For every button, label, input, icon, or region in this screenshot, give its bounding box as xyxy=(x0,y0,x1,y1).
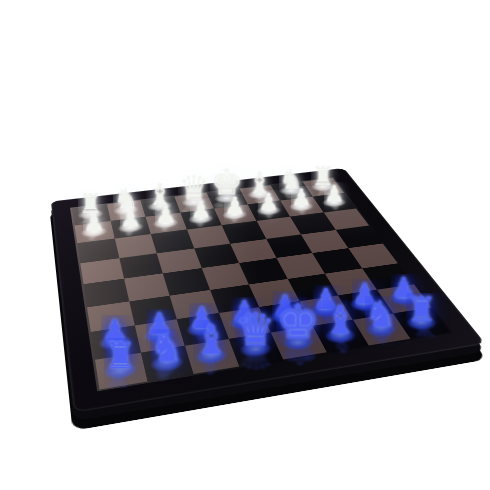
board-3d-wrap: ♜♜♞♞♝♝♛♛♚♚♝♝♞♞♜♜♟♟♟♟♟♟♟♟♟♟♟♟♟♟♟♟♟♟♟♟♟♟♟♟… xyxy=(51,168,486,413)
blue-rook-h1[interactable]: ♜ xyxy=(406,292,436,325)
white-pawn-d7[interactable]: ♟ xyxy=(190,198,211,222)
white-pawn-e7[interactable]: ♟ xyxy=(224,194,245,218)
white-pawn-b7[interactable]: ♟ xyxy=(119,206,141,230)
white-pawn-c7[interactable]: ♟ xyxy=(155,202,177,226)
square-b5[interactable] xyxy=(119,253,163,279)
white-pawn-g7[interactable]: ♟ xyxy=(291,186,312,209)
square-c6[interactable] xyxy=(151,230,194,253)
piece-reflection-glyph: ♛ xyxy=(237,346,275,373)
blue-knight-b1[interactable]: ♞ xyxy=(149,328,183,366)
led-chess-photo: ♜♜♞♞♝♝♛♛♚♚♝♝♞♞♜♜♟♟♟♟♟♟♟♟♟♟♟♟♟♟♟♟♟♟♟♟♟♟♟♟… xyxy=(0,0,490,490)
square-a1[interactable]: ♜♜ xyxy=(95,352,147,389)
square-b7[interactable]: ♟♟ xyxy=(110,217,151,239)
blue-king-e1[interactable]: ♚ xyxy=(276,297,319,345)
white-pawn-h7[interactable]: ♟ xyxy=(324,182,345,205)
piece-reflection-glyph: ♚ xyxy=(278,339,321,367)
white-pawn-a7[interactable]: ♟ xyxy=(83,210,105,234)
blue-bishop-f1[interactable]: ♝ xyxy=(323,300,358,339)
piece-reflection-glyph: ♝ xyxy=(194,353,228,377)
blue-knight-g1[interactable]: ♞ xyxy=(365,296,397,332)
white-pawn-f7[interactable]: ♟ xyxy=(258,190,279,213)
blue-bishop-c1[interactable]: ♝ xyxy=(193,319,229,359)
square-h7[interactable]: ♟♟ xyxy=(312,193,356,213)
piece-reflection-glyph: ♝ xyxy=(324,333,359,355)
chess-board: ♜♜♞♞♝♝♛♛♚♚♝♝♞♞♜♜♟♟♟♟♟♟♟♟♟♟♟♟♟♟♟♟♟♟♟♟♟♟♟♟… xyxy=(51,168,486,413)
blue-rook-a1[interactable]: ♜ xyxy=(104,338,136,374)
blue-queen-d1[interactable]: ♛ xyxy=(235,307,276,352)
square-d1[interactable]: ♛♛ xyxy=(228,332,283,367)
piece-reflection-glyph: ♞ xyxy=(148,360,182,383)
square-c1[interactable]: ♝♝ xyxy=(185,339,239,374)
square-f4[interactable] xyxy=(276,253,325,279)
board-grid: ♜♜♞♞♝♝♛♛♚♚♝♝♞♞♜♜♟♟♟♟♟♟♟♟♟♟♟♟♟♟♟♟♟♟♟♟♟♟♟♟… xyxy=(72,178,451,389)
piece-reflection-glyph: ♞ xyxy=(366,326,400,346)
